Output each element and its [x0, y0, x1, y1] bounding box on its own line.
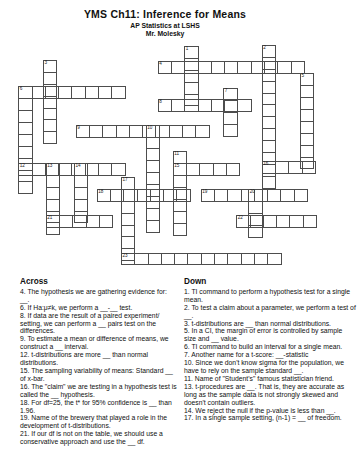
- grid-cell[interactable]: [186, 163, 200, 176]
- grid-cell[interactable]: [263, 215, 277, 228]
- grid-cell[interactable]: [237, 61, 251, 74]
- grid-cell[interactable]: [264, 61, 278, 74]
- word-6-across: 6: [18, 86, 125, 99]
- clue-number-label: 2: [263, 45, 266, 50]
- clue-21: 21. If our df is not on the table, we sh…: [20, 430, 178, 446]
- clue-1: 1. TI command to perform a hypothesis te…: [184, 288, 356, 304]
- clue-6: 6. If Ha:μ≠k, we perform a __-__ test.: [20, 304, 178, 312]
- grid-cell[interactable]: [184, 61, 198, 74]
- clue-number-label: 20: [250, 189, 255, 194]
- grid-cell[interactable]: [262, 176, 276, 189]
- grid-cell[interactable]: [275, 161, 289, 174]
- grid-cell[interactable]: [89, 125, 103, 138]
- grid-cell[interactable]: [303, 215, 317, 228]
- grid-cell[interactable]: [98, 86, 112, 99]
- word-1-down: 1: [184, 46, 198, 106]
- grid-cell[interactable]: [163, 189, 177, 202]
- clue-13: 13. t-procedures are __. That is, they a…: [184, 383, 356, 407]
- clue-3: 3. t-distributions are __ than normal di…: [184, 320, 356, 328]
- grid-cell[interactable]: [213, 163, 227, 176]
- across-header: Across: [20, 278, 178, 286]
- grid-cell[interactable]: [148, 253, 162, 266]
- clue-18: 18. For df=25, the t* for 95% confidence…: [20, 399, 178, 415]
- grid-cell[interactable]: [227, 189, 241, 202]
- grid-cell[interactable]: [277, 61, 291, 74]
- grid-cell[interactable]: [251, 61, 265, 74]
- clue-8: 8. If data are the result of a paired ex…: [20, 312, 178, 336]
- grid-cell[interactable]: [280, 189, 294, 202]
- clue-number-label: 17: [123, 177, 128, 182]
- clue-19: 19. Name of the brewery that played a ro…: [20, 414, 178, 430]
- clue-number-label: 4: [159, 61, 162, 66]
- word-22-across: 22: [236, 215, 317, 228]
- word-15-across: 15: [173, 163, 240, 176]
- clue-7: 7. Another name for a t-score: __-statis…: [184, 351, 356, 359]
- grid-cell[interactable]: [201, 253, 215, 266]
- word-3-down: 3: [43, 60, 57, 144]
- grid-cell[interactable]: [71, 86, 85, 99]
- clue-5: 5. In a CI, the margin of error is contr…: [184, 327, 356, 343]
- clue-17: 17. In a single sample setting, (n-1) = …: [184, 414, 356, 422]
- grid-cell[interactable]: [45, 86, 59, 99]
- grid-cell[interactable]: [32, 163, 46, 176]
- word-4-across: 4: [158, 61, 305, 74]
- clue-number-label: 18: [98, 189, 103, 194]
- grid-cell[interactable]: [110, 189, 124, 202]
- grid-cell[interactable]: [173, 223, 187, 236]
- clue-number-label: 9: [77, 125, 80, 130]
- grid-cell[interactable]: [226, 163, 240, 176]
- grid-cell[interactable]: [195, 125, 209, 138]
- grid-cell[interactable]: [289, 215, 303, 228]
- grid-cell[interactable]: [171, 99, 185, 112]
- grid-cell[interactable]: [123, 189, 137, 202]
- grid-cell[interactable]: [59, 215, 73, 228]
- page-subtitle: AP Statistics at LSHS: [0, 22, 330, 29]
- clue-6: 6. TI command to build an interval for a…: [184, 343, 356, 351]
- grid-cell[interactable]: [111, 86, 125, 99]
- grid-cell[interactable]: [85, 86, 99, 99]
- grid-cell[interactable]: [134, 253, 148, 266]
- grid-cell[interactable]: [174, 253, 188, 266]
- grid-cell[interactable]: [137, 189, 151, 202]
- grid-cell[interactable]: [146, 220, 160, 233]
- grid-cell[interactable]: [214, 253, 228, 266]
- clue-number-label: 3: [45, 60, 48, 65]
- grid-cell[interactable]: [32, 86, 46, 99]
- word-9-across: 9: [76, 125, 210, 138]
- grid-cell[interactable]: [223, 124, 237, 137]
- grid-cell[interactable]: [267, 189, 281, 202]
- word-20-down: 20: [248, 189, 262, 238]
- clue-number-label: 22: [238, 215, 243, 220]
- clue-number-label: 12: [20, 163, 25, 168]
- clue-number-label: 7: [225, 88, 228, 93]
- clue-16: 16. The "claim" we are testing in a hypo…: [20, 383, 178, 399]
- grid-cell[interactable]: [98, 163, 112, 176]
- word-23-across: 23: [121, 253, 282, 266]
- clue-number-label: 23: [123, 253, 128, 258]
- clue-number-label: 15: [174, 163, 179, 168]
- grid-cell[interactable]: [161, 253, 175, 266]
- grid-cell[interactable]: [43, 131, 57, 144]
- clue-9: 9. To estimate a mean or difference of m…: [20, 335, 178, 351]
- down-header: Down: [184, 278, 356, 286]
- down-clues-section: Down 1. TI command to perform a hypothes…: [184, 278, 356, 422]
- grid-cell[interactable]: [224, 61, 238, 74]
- clue-10: 10. Since we don't know sigma for the po…: [184, 359, 356, 375]
- grid-cell[interactable]: [241, 253, 255, 266]
- word-5-down: 5: [300, 73, 314, 169]
- grid-cell[interactable]: [72, 215, 86, 228]
- clue-number-label: 13: [47, 163, 52, 168]
- clue-number-label: 11: [174, 151, 179, 156]
- grid-cell[interactable]: [254, 253, 268, 266]
- word-18-across: 18: [97, 189, 191, 202]
- grid-cell[interactable]: [102, 125, 116, 138]
- clue-4: 4. The hypothesis we are gathering evide…: [20, 288, 178, 304]
- grid-cell[interactable]: [250, 215, 264, 228]
- clue-number-label: 5: [302, 73, 305, 78]
- grid-cell[interactable]: [237, 99, 251, 112]
- grid-cell[interactable]: [111, 163, 125, 176]
- clue-number-label: 14: [76, 163, 81, 168]
- worksheet-page: YMS Ch11: Inference for Means AP Statist…: [0, 0, 357, 462]
- grid-cell[interactable]: [288, 161, 302, 174]
- grid-cell[interactable]: [214, 189, 228, 202]
- grid-cell[interactable]: [116, 125, 130, 138]
- word-12-across: 12: [18, 163, 125, 176]
- clue-12: 12. t-distributions are more __ than nor…: [20, 351, 178, 367]
- grid-cell[interactable]: [291, 61, 305, 74]
- grid-cell[interactable]: [199, 163, 213, 176]
- word-6d-down: [18, 86, 32, 194]
- word-10-down: 10: [146, 125, 160, 233]
- grid-cell[interactable]: [294, 189, 308, 202]
- grid-cell[interactable]: [198, 99, 212, 112]
- word-21-across: 21: [46, 215, 113, 228]
- word-7-down: 7: [223, 88, 237, 137]
- grid-cell[interactable]: [267, 253, 281, 266]
- grid-cell[interactable]: [211, 61, 225, 74]
- grid-cell[interactable]: [187, 253, 201, 266]
- grid-cell[interactable]: [227, 253, 241, 266]
- clue-number-label: 1: [186, 46, 189, 51]
- grid-cell[interactable]: [18, 181, 32, 194]
- clue-2: 2. To test a claim about a parameter, we…: [184, 304, 356, 320]
- grid-cell[interactable]: [198, 61, 212, 74]
- grid-cell[interactable]: [86, 215, 100, 228]
- word-8-across: 8: [158, 99, 252, 112]
- grid-cell[interactable]: [184, 99, 198, 112]
- header: YMS Ch11: Inference for Means AP Statist…: [0, 8, 330, 37]
- word-16-across: 16: [262, 161, 316, 174]
- grid-cell[interactable]: [302, 161, 316, 174]
- clue-number-label: 21: [47, 215, 52, 220]
- grid-cell[interactable]: [211, 99, 225, 112]
- grid-cell[interactable]: [58, 163, 72, 176]
- clue-15: 15. The sampling variability of means: S…: [20, 367, 178, 383]
- clue-14: 14. We reject the null if the p-value is…: [184, 407, 356, 415]
- grid-cell[interactable]: [171, 61, 185, 74]
- grid-cell[interactable]: [150, 189, 164, 202]
- clue-number-label: 10: [147, 125, 152, 130]
- grid-cell[interactable]: [129, 125, 143, 138]
- grid-cell[interactable]: [276, 215, 290, 228]
- clue-number-label: 6: [20, 86, 23, 91]
- grid-cell[interactable]: [182, 125, 196, 138]
- grid-cell[interactable]: [224, 99, 238, 112]
- clue-11: 11. Name of "Student's" famous statistic…: [184, 375, 356, 383]
- across-clues-section: Across 4. The hypothesis we are gatherin…: [20, 278, 178, 446]
- grid-cell[interactable]: [99, 215, 113, 228]
- page-title: YMS Ch11: Inference for Means: [0, 8, 330, 20]
- clue-number-label: 8: [159, 99, 162, 104]
- page-author: Mr. Molesky: [0, 30, 330, 37]
- clue-number-label: 16: [263, 161, 268, 166]
- grid-cell[interactable]: [176, 189, 190, 202]
- clue-number-label: 19: [202, 189, 207, 194]
- grid-cell[interactable]: [58, 86, 72, 99]
- grid-cell[interactable]: [169, 125, 183, 138]
